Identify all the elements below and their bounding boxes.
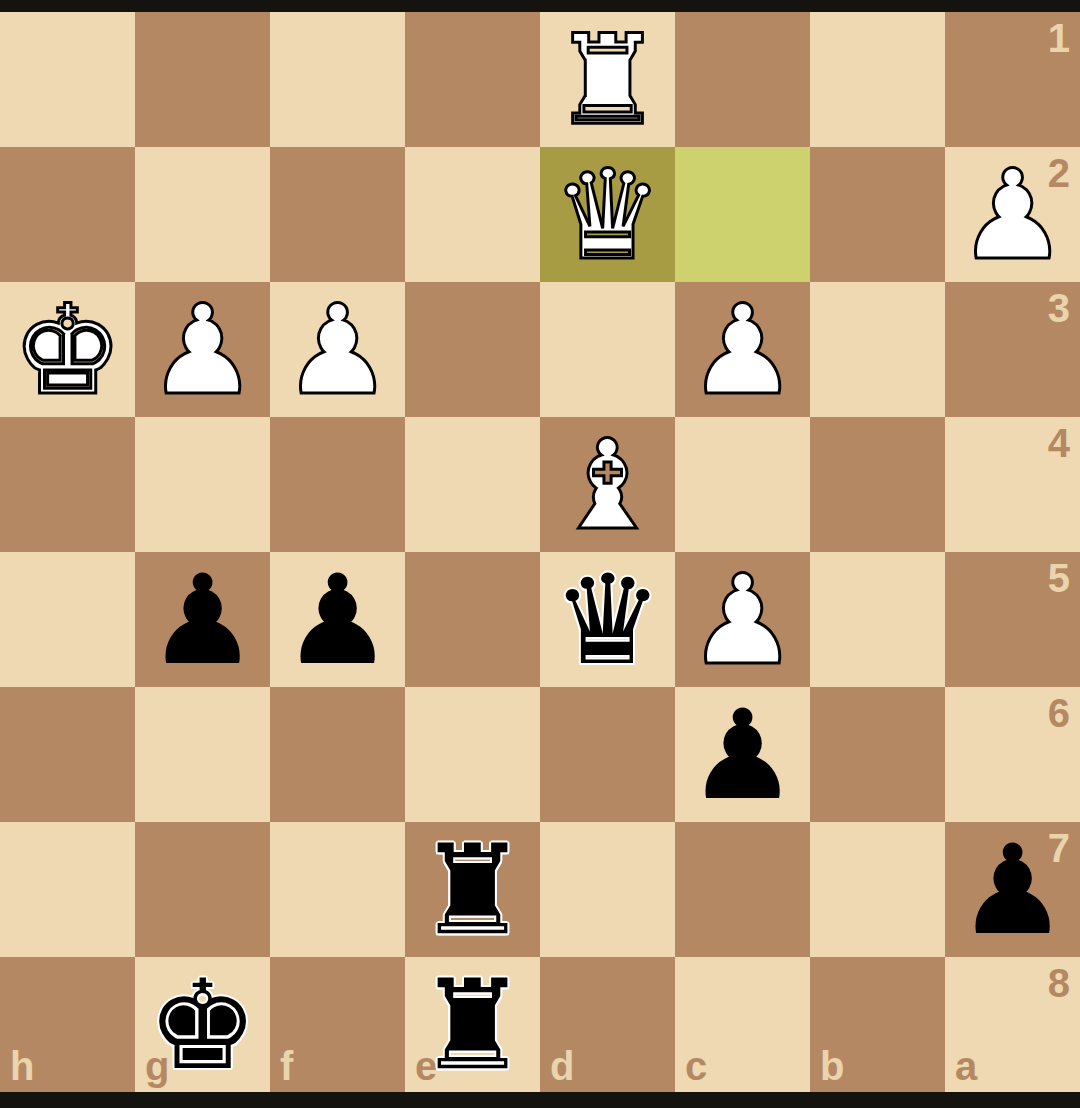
black-pawn-c6[interactable]: ♟ xyxy=(675,687,810,822)
square-g4[interactable] xyxy=(135,417,270,552)
square-c4[interactable] xyxy=(675,417,810,552)
square-e4[interactable] xyxy=(405,417,540,552)
square-f3[interactable]: ♟ xyxy=(270,282,405,417)
square-d7[interactable] xyxy=(540,822,675,957)
square-g5[interactable]: ♟ xyxy=(135,552,270,687)
chess-board: ♜1♛2♟♚♟♟♟3♝4♟♟♛♟5♟6♜7♟hg♚fe♜dcb8a xyxy=(0,12,1080,1092)
square-a3[interactable]: 3 xyxy=(945,282,1080,417)
square-b1[interactable] xyxy=(810,12,945,147)
square-b2[interactable] xyxy=(810,147,945,282)
white-bishop-d4[interactable]: ♝ xyxy=(540,417,675,552)
square-b7[interactable] xyxy=(810,822,945,957)
file-label-c: c xyxy=(685,1046,707,1086)
square-h6[interactable] xyxy=(0,687,135,822)
square-h1[interactable] xyxy=(0,12,135,147)
black-rook-e7[interactable]: ♜ xyxy=(405,822,540,957)
square-f5[interactable]: ♟ xyxy=(270,552,405,687)
white-pawn-c3[interactable]: ♟ xyxy=(675,282,810,417)
square-e1[interactable] xyxy=(405,12,540,147)
square-g8[interactable]: g♚ xyxy=(135,957,270,1092)
square-f8[interactable]: f xyxy=(270,957,405,1092)
square-c1[interactable] xyxy=(675,12,810,147)
square-f1[interactable] xyxy=(270,12,405,147)
file-label-d: d xyxy=(550,1046,574,1086)
square-g7[interactable] xyxy=(135,822,270,957)
square-c8[interactable]: c xyxy=(675,957,810,1092)
square-d8[interactable]: d xyxy=(540,957,675,1092)
square-e5[interactable] xyxy=(405,552,540,687)
black-pawn-a7[interactable]: ♟ xyxy=(945,822,1080,957)
white-pawn-f3[interactable]: ♟ xyxy=(270,282,405,417)
white-rook-d1[interactable]: ♜ xyxy=(540,12,675,147)
square-h5[interactable] xyxy=(0,552,135,687)
rank-label-4: 4 xyxy=(1048,423,1070,463)
chess-app: ♜1♛2♟♚♟♟♟3♝4♟♟♛♟5♟6♜7♟hg♚fe♜dcb8a xyxy=(0,0,1080,1108)
square-e2[interactable] xyxy=(405,147,540,282)
white-queen-d2[interactable]: ♛ xyxy=(540,147,675,282)
square-b3[interactable] xyxy=(810,282,945,417)
black-rook-e8[interactable]: ♜ xyxy=(405,957,540,1092)
rank-label-6: 6 xyxy=(1048,693,1070,733)
square-h3[interactable]: ♚ xyxy=(0,282,135,417)
black-king-g8[interactable]: ♚ xyxy=(135,957,270,1092)
rank-label-8: 8 xyxy=(1048,963,1070,1003)
square-d3[interactable] xyxy=(540,282,675,417)
square-a2[interactable]: 2♟ xyxy=(945,147,1080,282)
file-label-a: a xyxy=(955,1046,977,1086)
square-b8[interactable]: b xyxy=(810,957,945,1092)
letterbox-top xyxy=(0,0,1080,12)
square-h8[interactable]: h xyxy=(0,957,135,1092)
square-a6[interactable]: 6 xyxy=(945,687,1080,822)
square-g1[interactable] xyxy=(135,12,270,147)
square-b4[interactable] xyxy=(810,417,945,552)
file-label-b: b xyxy=(820,1046,844,1086)
white-king-h3[interactable]: ♚ xyxy=(0,282,135,417)
square-a1[interactable]: 1 xyxy=(945,12,1080,147)
square-e6[interactable] xyxy=(405,687,540,822)
square-d5[interactable]: ♛ xyxy=(540,552,675,687)
square-h2[interactable] xyxy=(0,147,135,282)
square-a4[interactable]: 4 xyxy=(945,417,1080,552)
square-h7[interactable] xyxy=(0,822,135,957)
square-b5[interactable] xyxy=(810,552,945,687)
rank-label-3: 3 xyxy=(1048,288,1070,328)
square-f6[interactable] xyxy=(270,687,405,822)
square-d4[interactable]: ♝ xyxy=(540,417,675,552)
square-d1[interactable]: ♜ xyxy=(540,12,675,147)
square-f2[interactable] xyxy=(270,147,405,282)
square-c2[interactable] xyxy=(675,147,810,282)
black-pawn-g5[interactable]: ♟ xyxy=(135,552,270,687)
file-label-h: h xyxy=(10,1046,34,1086)
square-e8[interactable]: e♜ xyxy=(405,957,540,1092)
square-a5[interactable]: 5 xyxy=(945,552,1080,687)
square-a7[interactable]: 7♟ xyxy=(945,822,1080,957)
file-label-f: f xyxy=(280,1046,293,1086)
square-c7[interactable] xyxy=(675,822,810,957)
square-h4[interactable] xyxy=(0,417,135,552)
square-f4[interactable] xyxy=(270,417,405,552)
square-b6[interactable] xyxy=(810,687,945,822)
square-e3[interactable] xyxy=(405,282,540,417)
black-pawn-f5[interactable]: ♟ xyxy=(270,552,405,687)
white-pawn-c5[interactable]: ♟ xyxy=(675,552,810,687)
square-c5[interactable]: ♟ xyxy=(675,552,810,687)
square-a8[interactable]: 8a xyxy=(945,957,1080,1092)
square-d6[interactable] xyxy=(540,687,675,822)
square-g2[interactable] xyxy=(135,147,270,282)
square-d2[interactable]: ♛ xyxy=(540,147,675,282)
square-e7[interactable]: ♜ xyxy=(405,822,540,957)
square-c6[interactable]: ♟ xyxy=(675,687,810,822)
white-pawn-g3[interactable]: ♟ xyxy=(135,282,270,417)
square-g6[interactable] xyxy=(135,687,270,822)
rank-label-1: 1 xyxy=(1048,18,1070,58)
white-pawn-a2[interactable]: ♟ xyxy=(945,147,1080,282)
rank-label-5: 5 xyxy=(1048,558,1070,598)
black-queen-d5[interactable]: ♛ xyxy=(540,552,675,687)
square-f7[interactable] xyxy=(270,822,405,957)
square-c3[interactable]: ♟ xyxy=(675,282,810,417)
square-g3[interactable]: ♟ xyxy=(135,282,270,417)
